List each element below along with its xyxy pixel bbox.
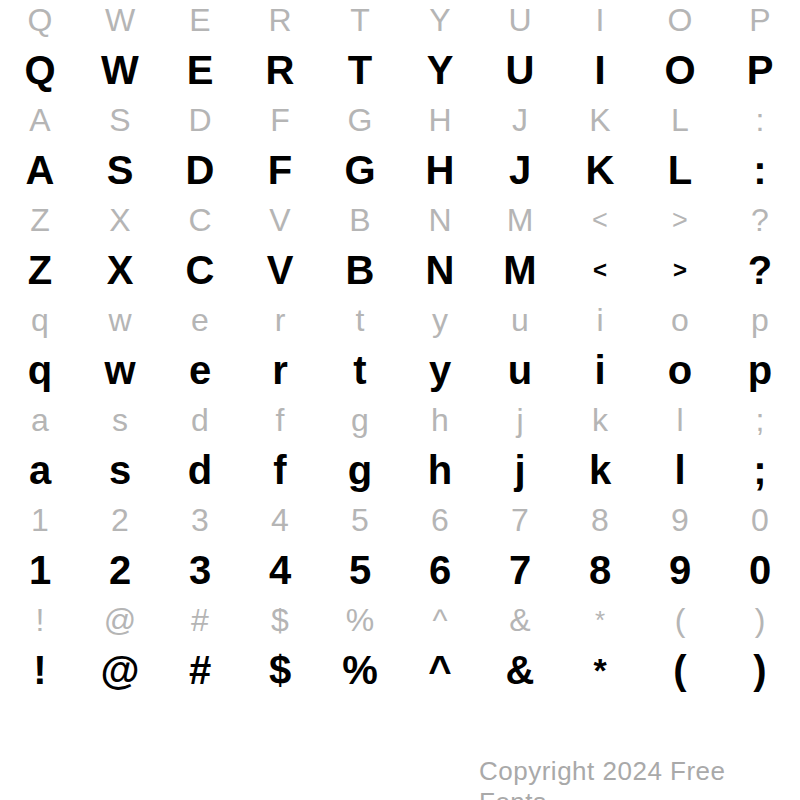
glyph-cell: Y <box>400 0 480 40</box>
glyph-cell: L <box>640 100 720 140</box>
glyph-cell: H <box>400 100 480 140</box>
glyph-cell: < <box>560 240 640 300</box>
glyph-cell: 5 <box>320 500 400 540</box>
glyph-cell: 8 <box>560 500 640 540</box>
glyph-cell: Y <box>400 40 480 100</box>
glyph-row-gray: QWERTYUIOP <box>0 0 800 40</box>
glyph-cell: F <box>240 100 320 140</box>
glyph-cell: % <box>320 600 400 640</box>
glyph-cell: r <box>240 300 320 340</box>
glyph-cell: 3 <box>160 500 240 540</box>
glyph-cell: r <box>240 340 320 400</box>
glyph-cell: ? <box>720 240 800 300</box>
glyph-cell: f <box>240 400 320 440</box>
glyph-cell: L <box>640 140 720 200</box>
glyph-cell: X <box>80 200 160 240</box>
glyph-cell: g <box>320 400 400 440</box>
glyph-cell: > <box>640 240 720 300</box>
glyph-cell: u <box>480 340 560 400</box>
glyph-cell: A <box>0 100 80 140</box>
copyright-watermark: Copyright 2024 Free Fonts <box>479 756 800 800</box>
glyph-row-gray: qwertyuiop <box>0 300 800 340</box>
glyph-cell: e <box>160 340 240 400</box>
glyph-cell: T <box>320 40 400 100</box>
glyph-cell: f <box>240 440 320 500</box>
glyph-cell: Q <box>0 40 80 100</box>
glyph-cell: A <box>0 140 80 200</box>
glyph-cell: W <box>80 0 160 40</box>
glyph-cell: w <box>80 340 160 400</box>
glyph-row-gray: ASDFGHJKL: <box>0 100 800 140</box>
glyph-cell: E <box>160 0 240 40</box>
glyph-cell: J <box>480 100 560 140</box>
glyph-row-black: QWERTYUIOP <box>0 40 800 100</box>
glyph-cell: t <box>320 340 400 400</box>
glyph-cell: Q <box>0 0 80 40</box>
glyph-row-black: 1234567890 <box>0 540 800 600</box>
glyph-cell: a <box>0 440 80 500</box>
glyph-cell: M <box>480 200 560 240</box>
glyph-cell: M <box>480 240 560 300</box>
glyph-cell: 2 <box>80 540 160 600</box>
glyph-cell: % <box>320 640 400 700</box>
glyph-cell: q <box>0 300 80 340</box>
glyph-cell: 5 <box>320 540 400 600</box>
glyph-cell: 7 <box>480 540 560 600</box>
glyph-cell: G <box>320 100 400 140</box>
glyph-cell: 9 <box>640 540 720 600</box>
glyph-cell: T <box>320 0 400 40</box>
glyph-cell: O <box>640 40 720 100</box>
glyph-cell: * <box>560 640 640 700</box>
glyph-row-black: asdfghjkl; <box>0 440 800 500</box>
glyph-cell: ^ <box>400 600 480 640</box>
glyph-cell: 2 <box>80 500 160 540</box>
glyph-cell: 0 <box>720 540 800 600</box>
glyph-cell: e <box>160 300 240 340</box>
glyph-cell: * <box>560 600 640 640</box>
glyph-cell: $ <box>240 600 320 640</box>
glyph-cell: 8 <box>560 540 640 600</box>
glyph-cell: t <box>320 300 400 340</box>
glyph-cell: j <box>480 400 560 440</box>
glyph-cell: w <box>80 300 160 340</box>
glyph-cell: V <box>240 240 320 300</box>
glyph-row-gray: !@#$%^&*() <box>0 600 800 640</box>
glyph-cell: X <box>80 240 160 300</box>
glyph-cell: y <box>400 300 480 340</box>
glyph-cell: l <box>640 400 720 440</box>
glyph-cell: l <box>640 440 720 500</box>
glyph-cell: s <box>80 400 160 440</box>
glyph-cell: W <box>80 40 160 100</box>
glyph-cell: h <box>400 400 480 440</box>
glyph-cell: ) <box>720 640 800 700</box>
glyph-cell: 6 <box>400 540 480 600</box>
glyph-cell: o <box>640 300 720 340</box>
glyph-cell: R <box>240 0 320 40</box>
glyph-cell: # <box>160 640 240 700</box>
glyph-cell: 4 <box>240 500 320 540</box>
glyph-cell: @ <box>80 640 160 700</box>
glyph-cell: ! <box>0 600 80 640</box>
glyph-cell: ) <box>720 600 800 640</box>
glyph-cell: & <box>480 640 560 700</box>
glyph-row-black: ZXCVBNM<>? <box>0 240 800 300</box>
glyph-cell: R <box>240 40 320 100</box>
glyph-cell: i <box>560 300 640 340</box>
glyph-cell: q <box>0 340 80 400</box>
glyph-row-gray: ZXCVBNM<>? <box>0 200 800 240</box>
glyph-cell: p <box>720 340 800 400</box>
glyph-cell: N <box>400 240 480 300</box>
glyph-cell: 7 <box>480 500 560 540</box>
glyph-cell: 9 <box>640 500 720 540</box>
glyph-cell: D <box>160 140 240 200</box>
glyph-cell: # <box>160 600 240 640</box>
glyph-cell: O <box>640 0 720 40</box>
glyph-cell: Z <box>0 200 80 240</box>
glyph-cell: K <box>560 100 640 140</box>
glyph-cell: : <box>720 140 800 200</box>
glyph-cell: P <box>720 0 800 40</box>
glyph-cell: B <box>320 240 400 300</box>
glyph-cell: h <box>400 440 480 500</box>
glyph-cell: E <box>160 40 240 100</box>
glyph-cell: V <box>240 200 320 240</box>
glyph-cell: ; <box>720 440 800 500</box>
glyph-cell: y <box>400 340 480 400</box>
glyph-cell: G <box>320 140 400 200</box>
glyph-cell: 0 <box>720 500 800 540</box>
character-map-page: QWERTYUIOPQWERTYUIOPASDFGHJKL:ASDFGHJKL:… <box>0 0 800 800</box>
glyph-cell: U <box>480 40 560 100</box>
glyph-cell: U <box>480 0 560 40</box>
glyph-cell: D <box>160 100 240 140</box>
glyph-cell: I <box>560 0 640 40</box>
glyph-cell: 6 <box>400 500 480 540</box>
glyph-cell: K <box>560 140 640 200</box>
glyph-cell: > <box>640 200 720 240</box>
glyph-cell: B <box>320 200 400 240</box>
glyph-cell: J <box>480 140 560 200</box>
glyph-cell: ( <box>640 600 720 640</box>
glyph-cell: I <box>560 40 640 100</box>
glyph-cell: 3 <box>160 540 240 600</box>
glyph-cell: C <box>160 240 240 300</box>
glyph-cell: u <box>480 300 560 340</box>
glyph-cell: P <box>720 40 800 100</box>
glyph-cell: ^ <box>400 640 480 700</box>
glyph-cell: i <box>560 340 640 400</box>
glyph-cell: ; <box>720 400 800 440</box>
glyph-cell: d <box>160 440 240 500</box>
glyph-cell: ! <box>0 640 80 700</box>
glyph-cell: p <box>720 300 800 340</box>
glyph-cell: < <box>560 200 640 240</box>
character-map-grid: QWERTYUIOPQWERTYUIOPASDFGHJKL:ASDFGHJKL:… <box>0 0 800 700</box>
glyph-cell: ( <box>640 640 720 700</box>
glyph-row-black: ASDFGHJKL: <box>0 140 800 200</box>
glyph-row-black: !@#$%^&*() <box>0 640 800 700</box>
glyph-cell: ? <box>720 200 800 240</box>
glyph-cell: j <box>480 440 560 500</box>
glyph-cell: @ <box>80 600 160 640</box>
glyph-row-black: qwertyuiop <box>0 340 800 400</box>
glyph-cell: k <box>560 440 640 500</box>
glyph-cell: d <box>160 400 240 440</box>
glyph-cell: S <box>80 140 160 200</box>
glyph-cell: & <box>480 600 560 640</box>
glyph-cell: 1 <box>0 500 80 540</box>
glyph-cell: 1 <box>0 540 80 600</box>
glyph-cell: a <box>0 400 80 440</box>
glyph-cell: F <box>240 140 320 200</box>
glyph-cell: Z <box>0 240 80 300</box>
glyph-cell: N <box>400 200 480 240</box>
glyph-cell: g <box>320 440 400 500</box>
glyph-cell: k <box>560 400 640 440</box>
glyph-row-gray: 1234567890 <box>0 500 800 540</box>
glyph-cell: $ <box>240 640 320 700</box>
glyph-cell: H <box>400 140 480 200</box>
glyph-cell: 4 <box>240 540 320 600</box>
glyph-cell: : <box>720 100 800 140</box>
glyph-cell: o <box>640 340 720 400</box>
glyph-row-gray: asdfghjkl; <box>0 400 800 440</box>
glyph-cell: S <box>80 100 160 140</box>
glyph-cell: C <box>160 200 240 240</box>
glyph-cell: s <box>80 440 160 500</box>
